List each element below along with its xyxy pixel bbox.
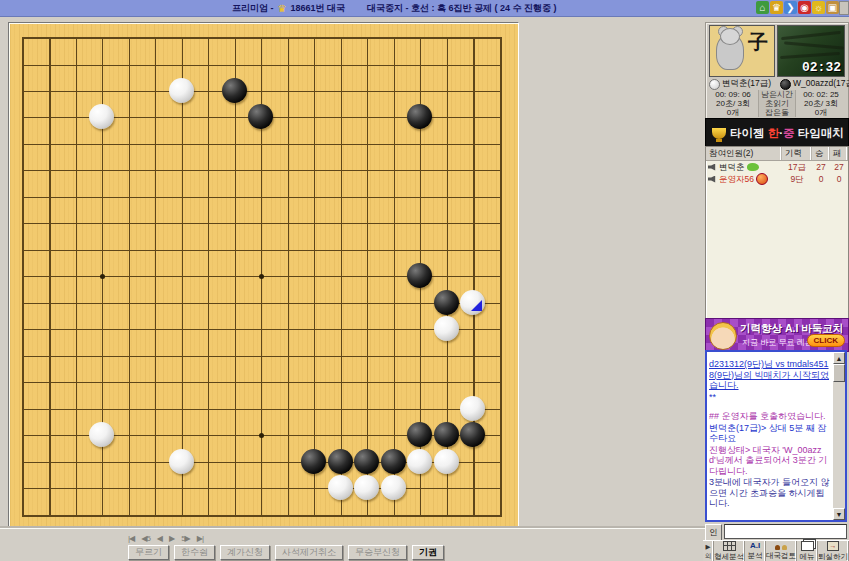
titlebar-icons: ⌂♛❯◉☼▣ <box>756 1 839 14</box>
chat-message: ** <box>709 392 831 403</box>
speaker-icon <box>708 176 717 183</box>
admin-medal-icon <box>756 173 768 185</box>
participant-row[interactable]: 운영자569단00 <box>706 173 848 185</box>
chat-panel: ……………………………… d231312(9단)님 vs tmdals4518(… <box>705 350 847 522</box>
participant-name: 변덕춘 <box>706 161 782 173</box>
people-icon <box>775 542 787 550</box>
action-button-계가신청[interactable]: 계가신청 <box>220 545 270 560</box>
player-info-box: 子 02:32 변덕춘(17급) W_00azzd(17급) 00: 09: 0… <box>705 22 849 119</box>
chat-message: 3분내에 대국자가 들어오지 않으면 시간 초과승을 하시게됩니다. <box>709 477 831 509</box>
exit-icon: → <box>827 541 839 551</box>
participant-row[interactable]: 변덕춘17급2727 <box>706 161 848 173</box>
participants-header: 참여인원(2) 기력 승 패 <box>706 147 848 161</box>
label-captures: 잡은돌 <box>758 108 796 117</box>
toolbar-button-분석[interactable]: A.I분석 <box>745 541 766 561</box>
basket-icon[interactable]: ▣ <box>826 1 839 14</box>
white-stone <box>89 422 114 447</box>
greeting-button[interactable]: 인사말 <box>705 524 722 541</box>
record-icon[interactable]: ◉ <box>798 1 811 14</box>
black-stone <box>407 104 432 129</box>
participant-rank: 17급 <box>782 161 812 173</box>
goban-grid[interactable] <box>10 24 517 527</box>
chat-message: 변덕춘(17급)> 상대 5분 째 잠수타요 <box>709 423 831 444</box>
label-time: 남은시간 <box>758 90 796 99</box>
chat-scrollbar[interactable]: ▲ ▼ <box>833 352 845 520</box>
speaker-icon <box>708 164 717 171</box>
white-stone <box>381 475 406 500</box>
lamp-icon[interactable]: ☼ <box>812 1 825 14</box>
nav-button[interactable]: ▶| <box>197 534 203 543</box>
white-stone <box>89 104 114 129</box>
black-player-name: W_00azzd(17급) <box>777 78 848 90</box>
panel-collapse-handle[interactable]: ▶ 의 <box>703 541 714 561</box>
trophy-icon <box>712 128 726 139</box>
white-stone <box>407 449 432 474</box>
black-stone <box>407 422 432 447</box>
black-stone <box>301 449 326 474</box>
last-move-marker-icon <box>471 300 482 311</box>
chat-message: d231312(9단)님 vs tmdals4518(9단)님의 빅매치가 시작… <box>709 359 831 391</box>
grid-icon <box>723 541 736 551</box>
chat-message: ## 운영자를 호출하였습니다. <box>709 411 831 422</box>
black-captures: 0개 <box>796 108 846 117</box>
black-stone <box>222 78 247 103</box>
white-stone <box>460 396 485 421</box>
ad-click-button[interactable]: CLICK <box>807 334 845 347</box>
white-stone <box>460 290 485 315</box>
chat-messages: ……………………………… d231312(9단)님 vs tmdals4518(… <box>709 353 831 519</box>
white-player-name: 변덕춘(17급) <box>706 78 777 90</box>
white-stone <box>169 78 194 103</box>
window-minimize-button[interactable] <box>839 1 849 15</box>
nav-button[interactable]: 5▶ <box>181 534 190 543</box>
nav-button[interactable]: ◀ <box>157 534 162 543</box>
green-blob-icon <box>747 163 759 171</box>
ai-coach-ad-banner[interactable]: 기력향상 A.I 바둑코치 지금 바로 무료 레슨 CLICK <box>705 318 849 352</box>
participant-wins: 0 <box>812 173 830 185</box>
scroll-up-button[interactable]: ▲ <box>833 352 845 364</box>
go-board-panel <box>8 22 519 529</box>
white-stone-icon <box>709 79 720 90</box>
participant-losses: 0 <box>830 173 848 185</box>
zodiac-hanja: 子 <box>748 29 768 56</box>
nav-button[interactable]: ▶ <box>169 534 174 543</box>
ad-character <box>709 322 737 350</box>
scroll-thumb[interactable] <box>833 364 845 382</box>
black-stone <box>434 422 459 447</box>
home-icon[interactable]: ⌂ <box>756 1 769 14</box>
window-title: 프리미엄 -♛18661번 대국 대국중지 - 호선 : 흑 6집반 공제 ( … <box>232 2 557 15</box>
action-button-무르기[interactable]: 무르기 <box>128 545 169 560</box>
star-point <box>259 433 264 438</box>
black-stone-icon <box>780 79 791 90</box>
pages-icon <box>801 541 814 551</box>
star-point <box>259 274 264 279</box>
byoyomi-clock: 02:32 <box>802 60 841 75</box>
participant-rank: 9단 <box>782 173 812 185</box>
white-time-remaining: 00: 09: 06 <box>708 90 758 99</box>
white-stone <box>328 475 353 500</box>
action-button-무승부신청[interactable]: 무승부신청 <box>348 545 407 560</box>
participants-rows: 변덕춘17급2727운영자569단00 <box>706 161 848 185</box>
action-button-한수쉼[interactable]: 한수쉼 <box>174 545 215 560</box>
black-stone <box>407 263 432 288</box>
black-stone <box>328 449 353 474</box>
action-button-기권[interactable]: 기권 <box>412 545 444 560</box>
participant-name: 운영자56 <box>706 173 782 185</box>
white-captures: 0개 <box>708 108 758 117</box>
titlebar: 프리미엄 -♛18661번 대국 대국중지 - 호선 : 흑 6집반 공제 ( … <box>0 0 849 17</box>
white-player-avatar: 子 <box>709 25 775 77</box>
toolbar-button-형세분석[interactable]: 형세분석 <box>714 541 745 561</box>
bird-icon[interactable]: ❯ <box>784 1 797 14</box>
chat-input-row: 인사말 <box>705 524 847 540</box>
toolbar-button-퇴실하기[interactable]: →퇴실하기 <box>818 541 849 561</box>
chat-message: ▶ 따중지대국규칙-재입실 대기시간은 3분이며, 3회 접속장애시에는 자동시… <box>709 518 831 520</box>
scroll-down-button[interactable]: ▼ <box>833 508 845 520</box>
white-stone <box>169 449 194 474</box>
star-point <box>100 274 105 279</box>
premium-badge-icon: ♛ <box>278 3 287 14</box>
nav-button[interactable]: ◀5 <box>141 534 150 543</box>
toolbar-button-메뉴[interactable]: 메뉴 <box>797 541 818 561</box>
participant-wins: 27 <box>812 161 830 173</box>
white-stone <box>354 475 379 500</box>
event-banner[interactable]: 타이젬 한·중 타임매치 <box>705 118 849 148</box>
toolbar-button-대국검토[interactable]: 대국검토 <box>766 541 797 561</box>
black-time-remaining: 00: 02: 25 <box>796 90 846 99</box>
chat-input[interactable] <box>724 524 847 539</box>
black-stone <box>248 104 273 129</box>
ai-text-icon: A.I <box>750 542 760 550</box>
black-stone <box>381 449 406 474</box>
nav-button[interactable]: |◀ <box>128 534 134 543</box>
white-byoyomi: 20초/ 3회 <box>708 99 758 108</box>
chat-clipped-line: ……………………………… <box>709 353 831 358</box>
action-button-사석제거취소[interactable]: 사석제거취소 <box>275 545 343 560</box>
board-bottom-strip: |◀◀5◀▶5▶▶| 무르기한수쉼계가신청사석제거취소무승부신청기권 <box>0 528 705 561</box>
black-stone <box>434 290 459 315</box>
time-info-table: 00: 09: 06 남은시간 00: 02: 25 20초/ 3회 초읽기 2… <box>708 90 846 117</box>
black-byoyomi: 20초/ 3회 <box>796 99 846 108</box>
black-stone <box>460 422 485 447</box>
participants-list: 참여인원(2) 기력 승 패 변덕춘17급2727운영자569단00 <box>705 146 849 319</box>
chat-message: 진행상태> 대국자 'W_00azzd'님께서 출료되어서 3분간 기다립니다. <box>709 445 831 477</box>
black-stone <box>354 449 379 474</box>
white-stone <box>434 449 459 474</box>
game-action-buttons: 무르기한수쉼계가신청사석제거취소무승부신청기권 <box>128 545 444 560</box>
move-nav-buttons: |◀◀5◀▶5▶▶| <box>128 534 203 543</box>
black-player-avatar: 02:32 <box>777 25 845 77</box>
sidebar-toolbar: ▶ 의 형세분석A.I분석대국검토메뉴→퇴실하기 <box>703 540 849 561</box>
ad-subline: 지금 바로 무료 레슨 <box>742 337 813 348</box>
crown-icon[interactable]: ♛ <box>770 1 783 14</box>
participant-losses: 27 <box>830 161 848 173</box>
white-stone <box>434 316 459 341</box>
label-byoyomi: 초읽기 <box>758 99 796 108</box>
